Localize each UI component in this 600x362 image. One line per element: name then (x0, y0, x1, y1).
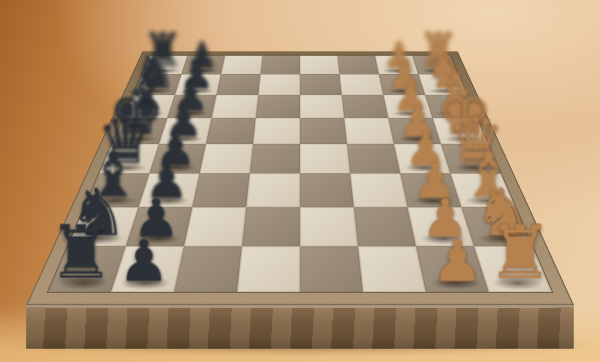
square-c6[interactable] (192, 173, 249, 207)
square-f4[interactable] (300, 95, 344, 118)
square-c5[interactable] (246, 173, 300, 207)
piece-white-rook-a1[interactable]: ♜ (487, 217, 553, 290)
piece-white-pawn-a2[interactable]: ♟ (431, 233, 482, 290)
rook-glyph: ♜ (48, 217, 114, 290)
square-f6[interactable] (212, 95, 259, 118)
box-front-face (26, 305, 574, 349)
square-d5[interactable] (250, 144, 300, 173)
chess-board-3d: ♜♟♟♜♞♟♟♞♝♟♟♝♚♟♟♚♛♟♟♛♝♟♟♝♞♟♟♞♜♟♟♜ (26, 51, 574, 305)
board-rim: ♜♟♟♜♞♟♟♞♝♟♟♝♚♟♟♚♛♟♟♛♝♟♟♝♞♟♟♞♜♟♟♜ (26, 51, 574, 305)
board-grid: ♜♟♟♜♞♟♟♞♝♟♟♝♚♟♟♚♛♟♟♛♝♟♟♝♞♟♟♞♜♟♟♜ (48, 56, 552, 292)
square-a7[interactable]: ♟ (111, 246, 184, 292)
square-c4[interactable] (300, 173, 354, 207)
square-g6[interactable] (217, 74, 261, 95)
piece-black-pawn-a7[interactable]: ♟ (117, 233, 168, 290)
square-b6[interactable] (184, 207, 246, 246)
square-d4[interactable] (300, 144, 350, 173)
square-h3[interactable] (337, 56, 378, 75)
square-a1[interactable]: ♜ (474, 246, 552, 292)
chess-photo-scene: ♜♟♟♜♞♟♟♞♝♟♟♝♚♟♟♚♛♟♟♛♝♟♟♝♞♟♟♞♜♟♟♜ (0, 0, 600, 362)
square-g5[interactable] (258, 74, 300, 95)
square-f5[interactable] (256, 95, 300, 118)
square-d6[interactable] (200, 144, 253, 173)
square-h5[interactable] (261, 56, 300, 75)
square-b4[interactable] (300, 207, 358, 246)
pawn-glyph: ♟ (431, 233, 482, 290)
square-e6[interactable] (206, 118, 256, 144)
square-f3[interactable] (342, 95, 389, 118)
square-a6[interactable] (174, 246, 242, 292)
square-a5[interactable] (237, 246, 300, 292)
square-e4[interactable] (300, 118, 347, 144)
square-c3[interactable] (350, 173, 407, 207)
square-a3[interactable] (358, 246, 426, 292)
square-h4[interactable] (300, 56, 339, 75)
piece-black-rook-a8[interactable]: ♜ (48, 217, 114, 290)
square-a2[interactable]: ♟ (416, 246, 489, 292)
square-b3[interactable] (354, 207, 416, 246)
square-g4[interactable] (300, 74, 342, 95)
square-d3[interactable] (347, 144, 400, 173)
square-e3[interactable] (344, 118, 394, 144)
rook-glyph: ♜ (487, 217, 553, 290)
square-e5[interactable] (253, 118, 300, 144)
pawn-glyph: ♟ (117, 233, 168, 290)
square-h6[interactable] (221, 56, 262, 75)
square-a4[interactable] (300, 246, 363, 292)
square-g3[interactable] (339, 74, 383, 95)
square-b5[interactable] (242, 207, 300, 246)
